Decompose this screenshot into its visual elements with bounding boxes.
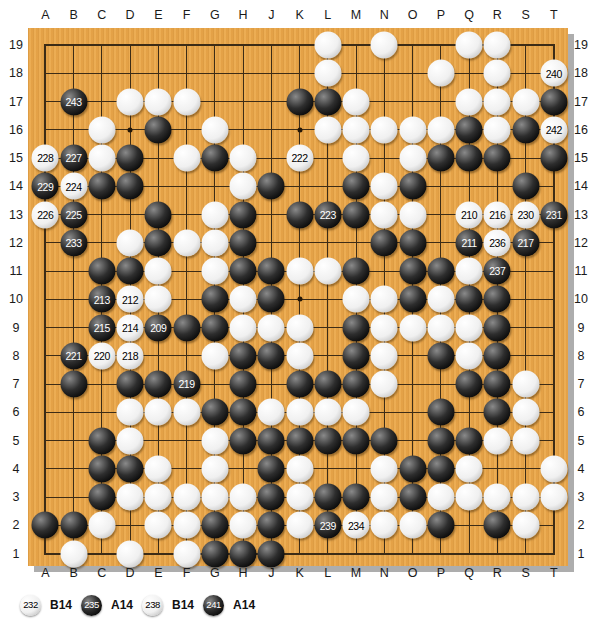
stone-M17: [343, 88, 370, 115]
stone-S14: [512, 173, 539, 200]
stone-G1: [201, 540, 228, 567]
stone-move-number: 231: [546, 209, 562, 220]
stone-move-number: 228: [37, 153, 53, 164]
stone-P10: [427, 286, 454, 313]
stone-R16: [484, 116, 511, 143]
stone-O14: [399, 173, 426, 200]
coordinate-label: 18: [9, 66, 23, 80]
stone-D8: 218: [117, 342, 144, 369]
stone-H11: [230, 258, 257, 285]
star-point: [297, 127, 302, 132]
stone-B14: 224: [60, 173, 87, 200]
stone-M14: [343, 173, 370, 200]
coordinate-label: 12: [9, 236, 23, 250]
stone-N2: [371, 512, 398, 539]
stone-O4: [399, 455, 426, 482]
coordinate-label: M: [351, 566, 361, 580]
stone-M3: [343, 484, 370, 511]
stone-H8: [230, 342, 257, 369]
coordinate-label: D: [126, 8, 135, 22]
stone-move-number: 233: [66, 238, 82, 249]
coordinate-label: 1: [578, 547, 585, 561]
coordinate-label: 8: [578, 349, 585, 363]
stone-S3: [512, 484, 539, 511]
stone-H12: [230, 229, 257, 256]
stone-F12: [173, 229, 200, 256]
stone-B7: [60, 371, 87, 398]
stone-G4: [201, 455, 228, 482]
stone-L2: 239: [314, 512, 341, 539]
stone-J11: [258, 258, 285, 285]
stone-S12: 217: [512, 229, 539, 256]
stone-M5: [343, 427, 370, 454]
stone-move-number: 227: [66, 153, 82, 164]
stone-E7: [145, 371, 172, 398]
stone-move-number: 243: [66, 96, 82, 107]
coordinate-label: 2: [578, 518, 585, 532]
stone-D11: [117, 258, 144, 285]
stone-S2: [512, 512, 539, 539]
stone-G5: [201, 427, 228, 454]
stone-M10: [343, 286, 370, 313]
stone-S6: [512, 399, 539, 426]
stone-F2: [173, 512, 200, 539]
coordinate-label: O: [408, 8, 418, 22]
stone-E11: [145, 258, 172, 285]
stone-J5: [258, 427, 285, 454]
stone-move-number: 214: [122, 322, 138, 333]
coordinate-label: O: [408, 566, 418, 580]
stone-C8: 220: [88, 342, 115, 369]
coordinate-label: L: [324, 566, 331, 580]
stone-R11: 237: [484, 258, 511, 285]
stone-K6: [286, 399, 313, 426]
coordinate-label: B: [69, 566, 77, 580]
stone-G3: [201, 484, 228, 511]
stone-T16: 242: [540, 116, 567, 143]
stone-move-number: 237: [489, 266, 505, 277]
coordinate-label: L: [324, 8, 331, 22]
stone-N10: [371, 286, 398, 313]
stone-move-number: 242: [546, 125, 562, 136]
stone-A13: 226: [32, 201, 59, 228]
stone-J2: [258, 512, 285, 539]
stone-A15: 228: [32, 145, 59, 172]
stone-K3: [286, 484, 313, 511]
stone-M2: 234: [343, 512, 370, 539]
stone-S17: [512, 88, 539, 115]
coordinate-label: 5: [578, 434, 585, 448]
stone-G9: [201, 314, 228, 341]
go-diagram-screen: 2402432422282272222292242262252232102162…: [0, 0, 600, 635]
caption-stone-238: 238: [142, 595, 163, 616]
stone-C3: [88, 484, 115, 511]
coordinate-label: 10: [9, 292, 23, 306]
coordinate-label: 8: [13, 349, 20, 363]
coordinate-label: 5: [13, 434, 20, 448]
coordinate-label: 3: [13, 490, 20, 504]
stone-S7: [512, 371, 539, 398]
stone-G15: [201, 145, 228, 172]
stone-P3: [427, 484, 454, 511]
stone-O2: [399, 512, 426, 539]
stone-R5: [484, 427, 511, 454]
coordinate-label: 16: [9, 123, 23, 137]
caption-stone-232: 232: [20, 595, 41, 616]
stone-R2: [484, 512, 511, 539]
stone-R9: [484, 314, 511, 341]
stone-H1: [230, 540, 257, 567]
stone-N9: [371, 314, 398, 341]
stone-L11: [314, 258, 341, 285]
stone-C2: [88, 512, 115, 539]
stone-J6: [258, 399, 285, 426]
stone-J14: [258, 173, 285, 200]
stone-R13: 216: [484, 201, 511, 228]
stone-F7: 219: [173, 371, 200, 398]
coordinate-label: T: [550, 566, 558, 580]
stone-L16: [314, 116, 341, 143]
stone-G6: [201, 399, 228, 426]
coordinate-label: S: [521, 566, 529, 580]
stone-G16: [201, 116, 228, 143]
coordinate-label: R: [493, 8, 502, 22]
stone-D4: [117, 455, 144, 482]
stone-M16: [343, 116, 370, 143]
stone-J4: [258, 455, 285, 482]
stone-R12: 236: [484, 229, 511, 256]
stone-H10: [230, 286, 257, 313]
stone-L19: [314, 32, 341, 59]
stone-O11: [399, 258, 426, 285]
stone-O3: [399, 484, 426, 511]
coordinate-label: A: [41, 8, 49, 22]
stone-L17: [314, 88, 341, 115]
stone-move-number: 222: [292, 153, 308, 164]
stone-E2: [145, 512, 172, 539]
stone-C14: [88, 173, 115, 200]
stone-H14: [230, 173, 257, 200]
stone-L18: [314, 60, 341, 87]
coordinate-label: 4: [578, 462, 585, 476]
stone-P15: [427, 145, 454, 172]
stone-R19: [484, 32, 511, 59]
stone-L3: [314, 484, 341, 511]
stone-B13: 225: [60, 201, 87, 228]
stone-J1: [258, 540, 285, 567]
coordinate-label: D: [126, 566, 135, 580]
stone-S13: 230: [512, 201, 539, 228]
stone-B8: 221: [60, 342, 87, 369]
stone-P2: [427, 512, 454, 539]
stone-O12: [399, 229, 426, 256]
coordinate-label: 12: [574, 236, 588, 250]
stone-L5: [314, 427, 341, 454]
stone-D5: [117, 427, 144, 454]
coordinate-label: G: [210, 8, 220, 22]
coordinate-label: 1: [13, 547, 20, 561]
stone-O9: [399, 314, 426, 341]
stone-B12: 233: [60, 229, 87, 256]
stone-O16: [399, 116, 426, 143]
caption-stone-241: 241: [203, 595, 224, 616]
stone-move-number: 209: [150, 322, 166, 333]
stone-K4: [286, 455, 313, 482]
stone-move-number: 210: [461, 209, 477, 220]
stone-N7: [371, 371, 398, 398]
stone-E17: [145, 88, 172, 115]
stone-T3: [540, 484, 567, 511]
stone-T13: 231: [540, 201, 567, 228]
coordinate-label: 14: [574, 179, 588, 193]
stone-move-number: 223: [320, 209, 336, 220]
stone-R17: [484, 88, 511, 115]
coordinate-label: 13: [574, 208, 588, 222]
coordinate-label: J: [268, 8, 274, 22]
stone-B17: 243: [60, 88, 87, 115]
stone-N8: [371, 342, 398, 369]
coordinate-label: H: [239, 566, 248, 580]
stone-move-number: 220: [94, 351, 110, 362]
coordinate-label: 10: [574, 292, 588, 306]
coordinate-label: C: [97, 566, 106, 580]
stone-P8: [427, 342, 454, 369]
stone-R7: [484, 371, 511, 398]
stone-N13: [371, 201, 398, 228]
stone-E3: [145, 484, 172, 511]
stone-M6: [343, 399, 370, 426]
stone-M13: [343, 201, 370, 228]
coordinate-label: 14: [9, 179, 23, 193]
stone-F3: [173, 484, 200, 511]
coordinate-label: F: [183, 8, 191, 22]
stone-J3: [258, 484, 285, 511]
stone-E9: 209: [145, 314, 172, 341]
stone-move-number: 225: [66, 209, 82, 220]
stone-S5: [512, 427, 539, 454]
stone-move-number: 221: [66, 351, 82, 362]
stone-R8: [484, 342, 511, 369]
coordinate-label: 7: [578, 377, 585, 391]
stone-P6: [427, 399, 454, 426]
stone-N16: [371, 116, 398, 143]
stone-P16: [427, 116, 454, 143]
stone-L13: 223: [314, 201, 341, 228]
coordinate-label: A: [41, 566, 49, 580]
coordinate-label: 2: [13, 518, 20, 532]
stone-D9: 214: [117, 314, 144, 341]
coordinate-label: 7: [13, 377, 20, 391]
stone-N5: [371, 427, 398, 454]
coordinate-label: S: [521, 8, 529, 22]
coordinate-label: T: [550, 8, 558, 22]
stone-Q10: [456, 286, 483, 313]
star-point: [297, 297, 302, 302]
coordinate-label: 4: [13, 462, 20, 476]
coordinate-label: 19: [574, 38, 588, 52]
stone-D3: [117, 484, 144, 511]
coordinate-label: E: [154, 8, 162, 22]
stone-P5: [427, 427, 454, 454]
stone-D17: [117, 88, 144, 115]
stone-C4: [88, 455, 115, 482]
stone-R6: [484, 399, 511, 426]
stone-G12: [201, 229, 228, 256]
stone-B2: [60, 512, 87, 539]
stone-G10: [201, 286, 228, 313]
stone-M15: [343, 145, 370, 172]
stone-G2: [201, 512, 228, 539]
stone-D12: [117, 229, 144, 256]
stone-P18: [427, 60, 454, 87]
stone-L6: [314, 399, 341, 426]
stone-K2: [286, 512, 313, 539]
stone-C11: [88, 258, 115, 285]
stone-G13: [201, 201, 228, 228]
stone-G11: [201, 258, 228, 285]
stone-Q5: [456, 427, 483, 454]
stone-Q8: [456, 342, 483, 369]
stone-move-number: 213: [94, 294, 110, 305]
stone-H5: [230, 427, 257, 454]
stone-H15: [230, 145, 257, 172]
coordinate-label: G: [210, 566, 220, 580]
coordinate-label: 3: [578, 490, 585, 504]
coordinate-label: 15: [574, 151, 588, 165]
stone-K17: [286, 88, 313, 115]
stone-Q7: [456, 371, 483, 398]
stone-E10: [145, 286, 172, 313]
stone-Q13: 210: [456, 201, 483, 228]
stone-move-number: 229: [37, 181, 53, 192]
coordinate-label: B: [69, 8, 77, 22]
caption-point-label: B14: [172, 598, 194, 612]
stone-move-number: 236: [489, 238, 505, 249]
coordinate-label: K: [295, 8, 303, 22]
stone-T15: [540, 145, 567, 172]
coordinate-label: N: [380, 566, 389, 580]
stone-N14: [371, 173, 398, 200]
stone-O10: [399, 286, 426, 313]
stone-move-number: 217: [518, 238, 534, 249]
stone-move-number: 240: [546, 68, 562, 79]
stone-F1: [173, 540, 200, 567]
stone-move-number: 216: [489, 209, 505, 220]
stone-move-number: 215: [94, 322, 110, 333]
coordinate-label: 13: [9, 208, 23, 222]
stone-P11: [427, 258, 454, 285]
stone-A2: [32, 512, 59, 539]
stone-M8: [343, 342, 370, 369]
stone-N19: [371, 32, 398, 59]
stone-T18: 240: [540, 60, 567, 87]
stone-D6: [117, 399, 144, 426]
stone-D14: [117, 173, 144, 200]
coordinate-label: 9: [13, 321, 20, 335]
stone-Q16: [456, 116, 483, 143]
coordinate-label: F: [183, 566, 191, 580]
stone-F6: [173, 399, 200, 426]
stone-T4: [540, 455, 567, 482]
stone-H3: [230, 484, 257, 511]
stone-Q11: [456, 258, 483, 285]
stone-Q17: [456, 88, 483, 115]
stone-C15: [88, 145, 115, 172]
coordinate-label: 17: [574, 95, 588, 109]
stone-R15: [484, 145, 511, 172]
stone-D7: [117, 371, 144, 398]
stone-H7: [230, 371, 257, 398]
stone-T17: [540, 88, 567, 115]
coordinate-label: C: [97, 8, 106, 22]
stone-B1: [60, 540, 87, 567]
coordinate-label: 17: [9, 95, 23, 109]
stone-R18: [484, 60, 511, 87]
caption-point-label: A14: [233, 598, 255, 612]
stone-E13: [145, 201, 172, 228]
stone-J8: [258, 342, 285, 369]
stone-E4: [145, 455, 172, 482]
stone-move-number: 226: [37, 209, 53, 220]
coordinate-label: K: [295, 566, 303, 580]
stone-C9: 215: [88, 314, 115, 341]
stone-H6: [230, 399, 257, 426]
stone-Q4: [456, 455, 483, 482]
stone-B15: 227: [60, 145, 87, 172]
stone-E6: [145, 399, 172, 426]
stone-F17: [173, 88, 200, 115]
stone-K8: [286, 342, 313, 369]
caption: 232B14235A14238B14241A14: [20, 594, 255, 616]
stone-H13: [230, 201, 257, 228]
stone-move-number: 212: [122, 294, 138, 305]
stone-Q3: [456, 484, 483, 511]
stone-K15: 222: [286, 145, 313, 172]
stone-move-number: 230: [518, 209, 534, 220]
stone-P9: [427, 314, 454, 341]
stone-J10: [258, 286, 285, 313]
stone-K9: [286, 314, 313, 341]
coordinate-label: 9: [578, 321, 585, 335]
stone-K13: [286, 201, 313, 228]
coordinate-label: Q: [464, 566, 474, 580]
coordinate-label: 15: [9, 151, 23, 165]
stone-J9: [258, 314, 285, 341]
stone-M11: [343, 258, 370, 285]
star-point: [128, 127, 133, 132]
stone-D15: [117, 145, 144, 172]
stone-H9: [230, 314, 257, 341]
coordinate-label: 6: [578, 405, 585, 419]
coordinate-label: 18: [574, 66, 588, 80]
stone-F9: [173, 314, 200, 341]
coordinate-label: 16: [574, 123, 588, 137]
coordinate-label: 11: [575, 264, 588, 278]
stone-P4: [427, 455, 454, 482]
stone-D10: 212: [117, 286, 144, 313]
coordinate-label: P: [437, 566, 445, 580]
coordinate-label: 11: [10, 264, 23, 278]
coordinate-label: J: [268, 566, 274, 580]
coordinate-label: M: [351, 8, 361, 22]
coordinate-label: P: [437, 8, 445, 22]
coordinate-label: H: [239, 8, 248, 22]
stone-A14: 229: [32, 173, 59, 200]
stone-Q15: [456, 145, 483, 172]
stone-R10: [484, 286, 511, 313]
stone-G8: [201, 342, 228, 369]
stone-move-number: 224: [66, 181, 82, 192]
